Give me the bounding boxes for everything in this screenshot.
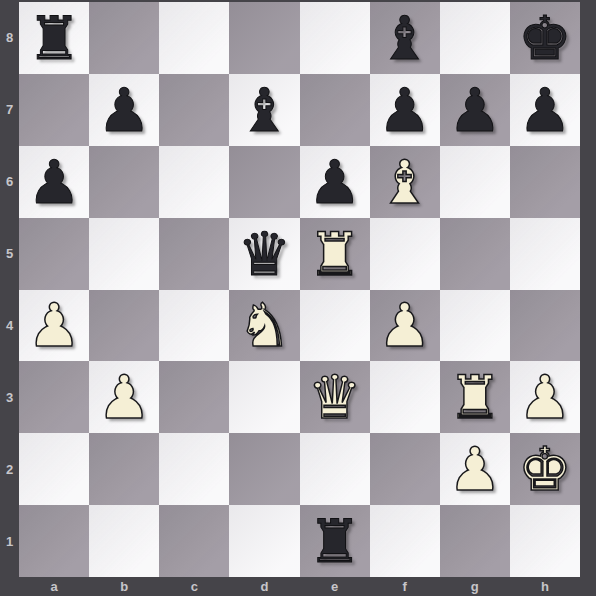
- square-c4[interactable]: [159, 290, 229, 362]
- file-label-a: a: [19, 577, 89, 596]
- piece-black-pawn[interactable]: ♟: [518, 80, 572, 140]
- square-h7[interactable]: ♟: [510, 74, 580, 146]
- rank-label-3: 3: [0, 361, 19, 433]
- piece-white-pawn[interactable]: ♟: [97, 367, 151, 427]
- square-e6[interactable]: ♟: [300, 146, 370, 218]
- square-c6[interactable]: [159, 146, 229, 218]
- square-a5[interactable]: [19, 218, 89, 290]
- square-d2[interactable]: [229, 433, 299, 505]
- square-a1[interactable]: [19, 505, 89, 577]
- file-label-f: f: [370, 577, 440, 596]
- square-c5[interactable]: [159, 218, 229, 290]
- piece-black-king[interactable]: ♚: [518, 8, 572, 68]
- piece-black-pawn[interactable]: ♟: [97, 80, 151, 140]
- chess-board[interactable]: ♜♝♚♟♝♟♟♟♟♟♝♛♜♟♞♟♟♛♜♟♟♚♜: [19, 2, 580, 577]
- rank-label-8: 8: [0, 2, 19, 74]
- square-b8[interactable]: [89, 2, 159, 74]
- chess-board-frame: 87654321 ♜♝♚♟♝♟♟♟♟♟♝♛♜♟♞♟♟♛♜♟♟♚♜ abcdefg…: [0, 0, 596, 596]
- piece-white-king[interactable]: ♚: [518, 439, 572, 499]
- square-h5[interactable]: [510, 218, 580, 290]
- square-b4[interactable]: [89, 290, 159, 362]
- piece-black-pawn[interactable]: ♟: [378, 80, 432, 140]
- piece-black-rook[interactable]: ♜: [308, 511, 362, 571]
- rank-label-2: 2: [0, 433, 19, 505]
- square-e7[interactable]: [300, 74, 370, 146]
- square-a4[interactable]: ♟: [19, 290, 89, 362]
- square-g6[interactable]: [440, 146, 510, 218]
- square-d1[interactable]: [229, 505, 299, 577]
- square-d6[interactable]: [229, 146, 299, 218]
- square-g2[interactable]: ♟: [440, 433, 510, 505]
- square-b6[interactable]: [89, 146, 159, 218]
- square-d5[interactable]: ♛: [229, 218, 299, 290]
- piece-white-pawn[interactable]: ♟: [378, 295, 432, 355]
- square-h6[interactable]: [510, 146, 580, 218]
- square-b7[interactable]: ♟: [89, 74, 159, 146]
- square-a7[interactable]: [19, 74, 89, 146]
- square-d8[interactable]: [229, 2, 299, 74]
- piece-white-pawn[interactable]: ♟: [518, 367, 572, 427]
- square-b1[interactable]: [89, 505, 159, 577]
- square-e5[interactable]: ♜: [300, 218, 370, 290]
- square-h3[interactable]: ♟: [510, 361, 580, 433]
- square-d4[interactable]: ♞: [229, 290, 299, 362]
- square-a2[interactable]: [19, 433, 89, 505]
- square-f2[interactable]: [370, 433, 440, 505]
- rank-label-4: 4: [0, 290, 19, 362]
- square-f7[interactable]: ♟: [370, 74, 440, 146]
- square-g4[interactable]: [440, 290, 510, 362]
- piece-white-knight[interactable]: ♞: [238, 295, 292, 355]
- file-label-c: c: [159, 577, 229, 596]
- piece-white-rook[interactable]: ♜: [308, 224, 362, 284]
- square-h1[interactable]: [510, 505, 580, 577]
- square-f3[interactable]: [370, 361, 440, 433]
- square-f6[interactable]: ♝: [370, 146, 440, 218]
- file-label-g: g: [440, 577, 510, 596]
- square-h2[interactable]: ♚: [510, 433, 580, 505]
- square-f5[interactable]: [370, 218, 440, 290]
- square-b5[interactable]: [89, 218, 159, 290]
- rank-label-5: 5: [0, 218, 19, 290]
- square-d3[interactable]: [229, 361, 299, 433]
- square-e4[interactable]: [300, 290, 370, 362]
- square-a3[interactable]: [19, 361, 89, 433]
- square-a8[interactable]: ♜: [19, 2, 89, 74]
- square-e1[interactable]: ♜: [300, 505, 370, 577]
- square-g7[interactable]: ♟: [440, 74, 510, 146]
- square-c1[interactable]: [159, 505, 229, 577]
- rank-labels: 87654321: [0, 2, 19, 577]
- square-d7[interactable]: ♝: [229, 74, 299, 146]
- square-g3[interactable]: ♜: [440, 361, 510, 433]
- square-c2[interactable]: [159, 433, 229, 505]
- rank-label-1: 1: [0, 505, 19, 577]
- piece-black-queen[interactable]: ♛: [238, 224, 292, 284]
- square-e2[interactable]: [300, 433, 370, 505]
- rank-label-6: 6: [0, 146, 19, 218]
- piece-black-bishop[interactable]: ♝: [238, 80, 292, 140]
- square-c3[interactable]: [159, 361, 229, 433]
- square-f8[interactable]: ♝: [370, 2, 440, 74]
- square-e8[interactable]: [300, 2, 370, 74]
- square-c8[interactable]: [159, 2, 229, 74]
- piece-white-bishop[interactable]: ♝: [378, 152, 432, 212]
- file-label-h: h: [510, 577, 580, 596]
- piece-white-pawn[interactable]: ♟: [27, 295, 81, 355]
- file-label-b: b: [89, 577, 159, 596]
- piece-black-bishop[interactable]: ♝: [378, 8, 432, 68]
- rank-label-7: 7: [0, 74, 19, 146]
- square-e3[interactable]: ♛: [300, 361, 370, 433]
- piece-white-queen[interactable]: ♛: [308, 367, 362, 427]
- square-f1[interactable]: [370, 505, 440, 577]
- square-h4[interactable]: [510, 290, 580, 362]
- piece-black-rook[interactable]: ♜: [27, 8, 81, 68]
- piece-black-pawn[interactable]: ♟: [448, 80, 502, 140]
- piece-white-pawn[interactable]: ♟: [448, 439, 502, 499]
- square-g8[interactable]: [440, 2, 510, 74]
- file-label-d: d: [229, 577, 299, 596]
- piece-black-pawn[interactable]: ♟: [308, 152, 362, 212]
- square-b3[interactable]: ♟: [89, 361, 159, 433]
- square-f4[interactable]: ♟: [370, 290, 440, 362]
- piece-black-pawn[interactable]: ♟: [27, 152, 81, 212]
- square-g1[interactable]: [440, 505, 510, 577]
- file-labels: abcdefgh: [19, 577, 580, 596]
- piece-white-rook[interactable]: ♜: [448, 367, 502, 427]
- file-label-e: e: [300, 577, 370, 596]
- square-g5[interactable]: [440, 218, 510, 290]
- square-a6[interactable]: ♟: [19, 146, 89, 218]
- square-c7[interactable]: [159, 74, 229, 146]
- square-b2[interactable]: [89, 433, 159, 505]
- square-h8[interactable]: ♚: [510, 2, 580, 74]
